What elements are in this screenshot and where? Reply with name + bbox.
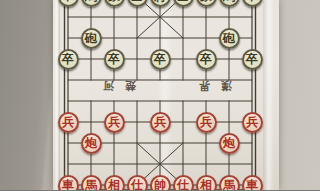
piece-black-soldier[interactable]: 卒 [58,49,79,70]
piece-black-soldier[interactable]: 卒 [196,49,217,70]
piece-red-horse[interactable]: 馬 [219,175,240,191]
piece-red-elephant[interactable]: 相 [104,175,125,191]
photo: 楚河 漢界 車馬象士將士象馬車砲砲卒卒卒卒卒兵兵兵兵兵炮炮車馬相仕帥仕相馬車 [0,0,320,190]
piece-red-horse[interactable]: 馬 [81,175,102,191]
piece-red-soldier[interactable]: 兵 [242,112,263,133]
piece-black-cannon[interactable]: 砲 [81,28,102,49]
piece-red-soldier[interactable]: 兵 [196,112,217,133]
piece-black-soldier[interactable]: 卒 [242,49,263,70]
piece-red-soldier[interactable]: 兵 [58,112,79,133]
piece-black-cannon[interactable]: 砲 [219,28,240,49]
piece-red-chariot[interactable]: 車 [242,175,263,191]
piece-red-elephant[interactable]: 相 [196,175,217,191]
board-grid [0,0,320,190]
piece-black-soldier[interactable]: 卒 [104,49,125,70]
river-label-right: 漢界 [188,79,232,93]
piece-red-cannon[interactable]: 炮 [81,133,102,154]
piece-red-chariot[interactable]: 車 [58,175,79,191]
piece-red-advisor[interactable]: 仕 [127,175,148,191]
piece-red-cannon[interactable]: 炮 [219,133,240,154]
river-label-left: 楚河 [92,79,136,93]
piece-red-general[interactable]: 帥 [150,175,171,191]
piece-black-soldier[interactable]: 卒 [150,49,171,70]
piece-red-advisor[interactable]: 仕 [173,175,194,191]
piece-red-soldier[interactable]: 兵 [150,112,171,133]
piece-red-soldier[interactable]: 兵 [104,112,125,133]
